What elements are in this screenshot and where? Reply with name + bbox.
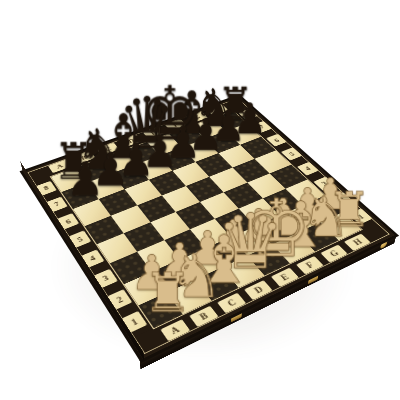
- scene: ABCDEFGH8♜♞♝♛♚♝♞♜87♟♟♟♟♟♟♟♟7665544332♟♟♟…: [65, 67, 335, 337]
- square-g4[interactable]: [247, 174, 285, 199]
- brass-clasp-icon: [380, 240, 388, 250]
- square-d1[interactable]: ♛: [221, 256, 264, 288]
- rank-label-5: 5: [281, 147, 303, 160]
- rank-label-3: 3: [313, 176, 336, 191]
- brass-hinge-icon: [308, 274, 319, 284]
- rank-label-6: 6: [266, 134, 287, 147]
- rank-label-8: 8: [238, 108, 258, 120]
- rank-label-4: 4: [297, 162, 319, 176]
- brass-hinge-icon: [231, 312, 242, 322]
- chess-set-photo: ABCDEFGH8♜♞♝♛♚♝♞♜87♟♟♟♟♟♟♟♟7665544332♟♟♟…: [0, 0, 400, 400]
- rank-label-7: 7: [252, 121, 272, 133]
